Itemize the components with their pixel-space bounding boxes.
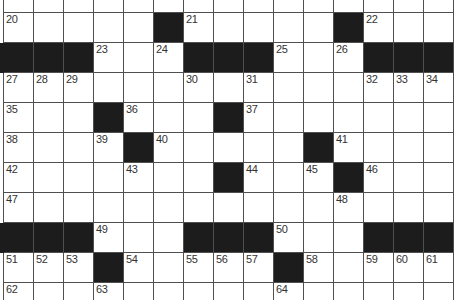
white-cell-r6-c3[interactable] [64, 163, 94, 193]
white-cell-r3-c10[interactable] [274, 73, 304, 103]
white-cell-r6-c5[interactable]: 43 [124, 163, 154, 193]
clue-number-21: 21 [186, 14, 198, 25]
clue-number-49: 49 [96, 224, 108, 235]
black-cell-r4-c4 [94, 103, 124, 133]
black-cell-r2-c1 [4, 43, 34, 73]
white-cell-r0-c13[interactable] [364, 0, 394, 13]
white-cell-r0-c8[interactable] [214, 0, 244, 13]
clue-number-43: 43 [126, 164, 138, 175]
white-cell-r4-c7[interactable] [184, 103, 214, 133]
clue-number-29: 29 [66, 74, 78, 85]
white-cell-r10-c4[interactable]: 63 [94, 283, 124, 300]
clue-number-47: 47 [6, 194, 18, 205]
black-cell-r2-c3 [64, 43, 94, 73]
white-cell-r1-c8[interactable] [214, 13, 244, 43]
white-cell-r10-c10[interactable]: 64 [274, 283, 304, 300]
white-cell-r4-c6[interactable] [154, 103, 184, 133]
black-cell-r5-c11 [304, 133, 334, 163]
clue-number-33: 33 [396, 74, 408, 85]
white-cell-r3-c5[interactable] [124, 73, 154, 103]
white-cell-r5-c6[interactable]: 40 [154, 133, 184, 163]
white-cell-r1-c5[interactable] [124, 13, 154, 43]
clue-number-53: 53 [66, 254, 78, 265]
white-cell-r4-c2[interactable] [34, 103, 64, 133]
clue-number-26: 26 [336, 44, 348, 55]
white-cell-r3-c7[interactable]: 30 [184, 73, 214, 103]
white-cell-r3-c8[interactable] [214, 73, 244, 103]
white-cell-r0-c12[interactable] [334, 0, 364, 13]
white-cell-r7-c8[interactable] [214, 193, 244, 223]
white-cell-r9-c5[interactable]: 54 [124, 253, 154, 283]
white-cell-r3-c14[interactable]: 33 [394, 73, 424, 103]
black-cell-r2-c9 [244, 43, 274, 73]
black-cell-r8-c3 [64, 223, 94, 253]
white-cell-r10-c8[interactable] [214, 283, 244, 300]
white-cell-r8-c4[interactable]: 49 [94, 223, 124, 253]
white-cell-r8-c6[interactable] [154, 223, 184, 253]
white-cell-r4-c1[interactable]: 35 [4, 103, 34, 133]
white-cell-r7-c10[interactable] [274, 193, 304, 223]
clue-number-44: 44 [246, 164, 258, 175]
white-cell-r5-c9[interactable] [244, 133, 274, 163]
white-cell-r3-c2[interactable]: 28 [34, 73, 64, 103]
white-cell-r5-c14[interactable] [394, 133, 424, 163]
white-cell-r9-c9[interactable]: 57 [244, 253, 274, 283]
white-cell-r3-c4[interactable] [94, 73, 124, 103]
black-cell-r2-c13 [364, 43, 394, 73]
clue-number-30: 30 [186, 74, 198, 85]
clue-number-37: 37 [246, 104, 258, 115]
white-cell-r2-c5[interactable] [124, 43, 154, 73]
white-cell-r3-c6[interactable] [154, 73, 184, 103]
black-cell-r6-c8 [214, 163, 244, 193]
white-cell-r8-c5[interactable] [124, 223, 154, 253]
white-cell-r0-c5[interactable] [124, 0, 154, 13]
white-cell-r0-c4[interactable] [94, 0, 124, 13]
clue-number-51: 51 [6, 254, 18, 265]
white-cell-r7-c2[interactable] [34, 193, 64, 223]
clue-number-24: 24 [156, 44, 168, 55]
clue-number-57: 57 [246, 254, 258, 265]
clue-number-39: 39 [96, 134, 108, 145]
crossword-page: 2021222324252627282930313233343536373839… [0, 0, 460, 300]
white-cell-r5-c8[interactable] [214, 133, 244, 163]
white-cell-r0-c6[interactable] [154, 0, 184, 13]
white-cell-r5-c12[interactable]: 41 [334, 133, 364, 163]
white-cell-r3-c9[interactable]: 31 [244, 73, 274, 103]
white-cell-r9-c12[interactable] [334, 253, 364, 283]
white-cell-r7-c3[interactable] [64, 193, 94, 223]
clue-number-63: 63 [96, 284, 108, 295]
white-cell-r2-c4[interactable]: 23 [94, 43, 124, 73]
white-cell-r8-c12[interactable] [334, 223, 364, 253]
clue-number-31: 31 [246, 74, 258, 85]
white-cell-r7-c14[interactable] [394, 193, 424, 223]
white-cell-r0-c3[interactable] [64, 0, 94, 13]
clue-number-59: 59 [366, 254, 378, 265]
black-cell-r1-c6 [154, 13, 184, 43]
white-cell-r9-c7[interactable]: 55 [184, 253, 214, 283]
white-cell-r3-c12[interactable] [334, 73, 364, 103]
clue-number-32: 32 [366, 74, 378, 85]
clue-number-27: 27 [6, 74, 18, 85]
clue-number-55: 55 [186, 254, 198, 265]
white-cell-r10-c1[interactable]: 62 [4, 283, 34, 300]
clue-number-61: 61 [426, 254, 438, 265]
white-cell-r10-c6[interactable] [154, 283, 184, 300]
white-cell-r1-c15[interactable] [424, 13, 454, 43]
white-cell-r10-c13[interactable] [364, 283, 394, 300]
white-cell-r6-c6[interactable] [154, 163, 184, 193]
black-cell-r2-c14 [394, 43, 424, 73]
white-cell-r2-c10[interactable]: 25 [274, 43, 304, 73]
white-cell-r4-c13[interactable] [364, 103, 394, 133]
white-cell-r9-c14[interactable]: 60 [394, 253, 424, 283]
white-cell-r6-c9[interactable]: 44 [244, 163, 274, 193]
white-cell-r7-c9[interactable] [244, 193, 274, 223]
clue-number-20: 20 [6, 14, 18, 25]
clue-number-48: 48 [336, 194, 348, 205]
white-cell-r0-c1[interactable] [4, 0, 34, 13]
white-cell-r3-c1[interactable]: 27 [4, 73, 34, 103]
white-cell-r4-c10[interactable] [274, 103, 304, 133]
white-cell-r7-c4[interactable] [94, 193, 124, 223]
white-cell-r7-c1[interactable]: 47 [4, 193, 34, 223]
black-cell-r9-c10 [274, 253, 304, 283]
white-cell-r1-c10[interactable] [274, 13, 304, 43]
white-cell-r5-c10[interactable] [274, 133, 304, 163]
white-cell-r10-c12[interactable] [334, 283, 364, 300]
white-cell-r7-c11[interactable] [304, 193, 334, 223]
clue-number-62: 62 [6, 284, 18, 295]
clue-number-36: 36 [126, 104, 138, 115]
white-cell-r1-c7[interactable]: 21 [184, 13, 214, 43]
white-cell-r6-c13[interactable]: 46 [364, 163, 394, 193]
white-cell-r7-c13[interactable] [364, 193, 394, 223]
black-cell-r8-c15 [424, 223, 454, 253]
black-cell-r6-c12 [334, 163, 364, 193]
black-cell-r8-c14 [394, 223, 424, 253]
white-cell-r4-c12[interactable] [334, 103, 364, 133]
white-cell-r10-c15[interactable] [424, 283, 454, 300]
black-cell-r8-c13 [364, 223, 394, 253]
white-cell-r1-c4[interactable] [94, 13, 124, 43]
white-cell-r10-c3[interactable] [64, 283, 94, 300]
black-cell-r2-c2 [34, 43, 64, 73]
black-cell-r2-c7 [184, 43, 214, 73]
white-cell-r10-c2[interactable] [34, 283, 64, 300]
white-cell-r10-c7[interactable] [184, 283, 214, 300]
white-cell-r2-c11[interactable] [304, 43, 334, 73]
white-cell-r3-c3[interactable]: 29 [64, 73, 94, 103]
white-cell-r5-c4[interactable]: 39 [94, 133, 124, 163]
white-cell-r0-c14[interactable] [394, 0, 424, 13]
white-cell-r7-c7[interactable] [184, 193, 214, 223]
white-cell-r5-c1[interactable]: 38 [4, 133, 34, 163]
clue-number-50: 50 [276, 224, 288, 235]
clue-number-46: 46 [366, 164, 378, 175]
white-cell-r0-c11[interactable] [304, 0, 334, 13]
white-cell-r10-c5[interactable] [124, 283, 154, 300]
clue-number-38: 38 [6, 134, 18, 145]
clue-number-25: 25 [276, 44, 288, 55]
clue-number-40: 40 [156, 134, 168, 145]
white-cell-r6-c14[interactable] [394, 163, 424, 193]
white-cell-r6-c11[interactable]: 45 [304, 163, 334, 193]
white-cell-r4-c3[interactable] [64, 103, 94, 133]
white-cell-r9-c1[interactable]: 51 [4, 253, 34, 283]
clue-number-41: 41 [336, 134, 348, 145]
white-cell-r4-c15[interactable] [424, 103, 454, 133]
clue-number-34: 34 [426, 74, 438, 85]
white-cell-r3-c11[interactable] [304, 73, 334, 103]
clue-number-58: 58 [306, 254, 318, 265]
white-cell-r8-c11[interactable] [304, 223, 334, 253]
black-cell-r4-c8 [214, 103, 244, 133]
white-cell-r0-c7[interactable] [184, 0, 214, 13]
white-cell-r1-c1[interactable]: 20 [4, 13, 34, 43]
white-cell-r10-c11[interactable] [304, 283, 334, 300]
white-cell-r9-c13[interactable]: 59 [364, 253, 394, 283]
white-cell-r1-c13[interactable]: 22 [364, 13, 394, 43]
white-cell-r0-c2[interactable] [34, 0, 64, 13]
white-cell-r6-c10[interactable] [274, 163, 304, 193]
black-cell-r1-c12 [334, 13, 364, 43]
white-cell-r4-c5[interactable]: 36 [124, 103, 154, 133]
black-cell-r2-c8 [214, 43, 244, 73]
white-cell-r9-c6[interactable] [154, 253, 184, 283]
clue-number-45: 45 [306, 164, 318, 175]
white-cell-r4-c14[interactable] [394, 103, 424, 133]
white-cell-r7-c12[interactable]: 48 [334, 193, 364, 223]
clue-number-54: 54 [126, 254, 138, 265]
white-cell-r5-c7[interactable] [184, 133, 214, 163]
clue-number-56: 56 [216, 254, 228, 265]
white-cell-r7-c6[interactable] [154, 193, 184, 223]
white-cell-r1-c2[interactable] [34, 13, 64, 43]
white-cell-r6-c15[interactable] [424, 163, 454, 193]
clue-number-64: 64 [276, 284, 288, 295]
white-cell-r6-c1[interactable]: 42 [4, 163, 34, 193]
white-cell-r10-c14[interactable] [394, 283, 424, 300]
clue-number-60: 60 [396, 254, 408, 265]
white-cell-r0-c15[interactable] [424, 0, 454, 13]
black-cell-r8-c2 [34, 223, 64, 253]
white-cell-r9-c11[interactable]: 58 [304, 253, 334, 283]
clue-number-42: 42 [6, 164, 18, 175]
black-cell-r9-c4 [94, 253, 124, 283]
white-cell-r6-c4[interactable] [94, 163, 124, 193]
white-cell-r1-c11[interactable] [304, 13, 334, 43]
white-cell-r5-c3[interactable] [64, 133, 94, 163]
black-cell-r8-c8 [214, 223, 244, 253]
white-cell-r0-c9[interactable] [244, 0, 274, 13]
white-cell-r5-c15[interactable] [424, 133, 454, 163]
white-cell-r0-c10[interactable] [274, 0, 304, 13]
white-cell-r4-c11[interactable] [304, 103, 334, 133]
white-cell-r10-c9[interactable] [244, 283, 274, 300]
clue-number-22: 22 [366, 14, 378, 25]
clue-number-35: 35 [6, 104, 18, 115]
black-cell-r8-c1 [4, 223, 34, 253]
white-cell-r7-c5[interactable] [124, 193, 154, 223]
white-cell-r1-c3[interactable] [64, 13, 94, 43]
black-cell-r8-c7 [184, 223, 214, 253]
black-cell-r5-c5 [124, 133, 154, 163]
white-cell-r3-c13[interactable]: 32 [364, 73, 394, 103]
white-cell-r2-c12[interactable]: 26 [334, 43, 364, 73]
white-cell-r5-c13[interactable] [364, 133, 394, 163]
white-cell-r2-c6[interactable]: 24 [154, 43, 184, 73]
white-cell-r9-c3[interactable]: 53 [64, 253, 94, 283]
white-cell-r8-c10[interactable]: 50 [274, 223, 304, 253]
white-cell-r9-c8[interactable]: 56 [214, 253, 244, 283]
white-cell-r6-c7[interactable] [184, 163, 214, 193]
clue-number-23: 23 [96, 44, 108, 55]
black-cell-r8-c9 [244, 223, 274, 253]
white-cell-r3-c15[interactable]: 34 [424, 73, 454, 103]
black-cell-r2-c15 [424, 43, 454, 73]
white-cell-r1-c9[interactable] [244, 13, 274, 43]
white-cell-r9-c15[interactable]: 61 [424, 253, 454, 283]
white-cell-r5-c2[interactable] [34, 133, 64, 163]
white-cell-r4-c9[interactable]: 37 [244, 103, 274, 133]
clue-number-28: 28 [36, 74, 48, 85]
white-cell-r1-c14[interactable] [394, 13, 424, 43]
clue-number-52: 52 [36, 254, 48, 265]
crossword-grid: 2021222324252627282930313233343536373839… [3, 0, 454, 300]
white-cell-r7-c15[interactable] [424, 193, 454, 223]
white-cell-r9-c2[interactable]: 52 [34, 253, 64, 283]
white-cell-r6-c2[interactable] [34, 163, 64, 193]
